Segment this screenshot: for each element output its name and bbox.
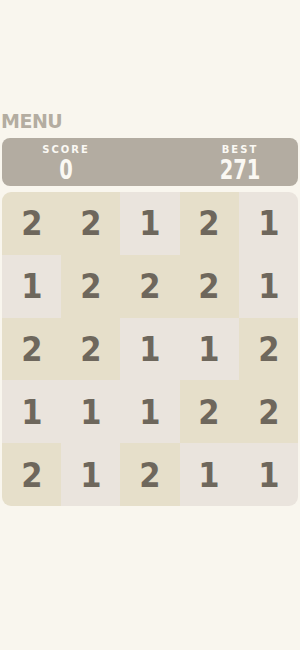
tile-r2c5[interactable]: 1 bbox=[239, 255, 298, 318]
tile-r4c2[interactable]: 1 bbox=[61, 380, 120, 443]
game-board[interactable]: 2212112221221121112221211 bbox=[2, 192, 298, 506]
tile-r1c1[interactable]: 2 bbox=[2, 192, 61, 255]
tile-r3c5[interactable]: 2 bbox=[239, 318, 298, 381]
tile-value: 1 bbox=[199, 329, 220, 369]
tile-value: 2 bbox=[199, 203, 220, 243]
tile-r2c4[interactable]: 2 bbox=[180, 255, 239, 318]
tile-value: 1 bbox=[21, 392, 42, 432]
tile-r2c1[interactable]: 1 bbox=[2, 255, 61, 318]
best-display: BEST 271 bbox=[182, 138, 298, 184]
tile-r1c4[interactable]: 2 bbox=[180, 192, 239, 255]
tile-value: 1 bbox=[80, 455, 101, 495]
tile-value: 1 bbox=[258, 203, 279, 243]
score-value: 0 bbox=[18, 157, 114, 184]
tile-r5c3[interactable]: 2 bbox=[120, 443, 179, 506]
tile-r3c4[interactable]: 1 bbox=[180, 318, 239, 381]
best-value: 271 bbox=[197, 157, 284, 184]
scoreboard: SCORE 0 BEST 271 bbox=[2, 138, 298, 186]
tile-value: 2 bbox=[199, 266, 220, 306]
tile-value: 2 bbox=[80, 266, 101, 306]
tile-r1c5[interactable]: 1 bbox=[239, 192, 298, 255]
tile-value: 2 bbox=[258, 392, 279, 432]
tile-value: 2 bbox=[199, 392, 220, 432]
score-display: SCORE 0 bbox=[2, 138, 130, 184]
tile-value: 1 bbox=[199, 455, 220, 495]
tile-r2c3[interactable]: 2 bbox=[120, 255, 179, 318]
tile-value: 1 bbox=[21, 266, 42, 306]
tile-value: 1 bbox=[139, 329, 160, 369]
tile-value: 2 bbox=[21, 203, 42, 243]
tile-r5c1[interactable]: 2 bbox=[2, 443, 61, 506]
tile-r5c5[interactable]: 1 bbox=[239, 443, 298, 506]
tile-r5c2[interactable]: 1 bbox=[61, 443, 120, 506]
tile-r1c3[interactable]: 1 bbox=[120, 192, 179, 255]
tile-r3c3[interactable]: 1 bbox=[120, 318, 179, 381]
tile-value: 2 bbox=[139, 266, 160, 306]
tile-r5c4[interactable]: 1 bbox=[180, 443, 239, 506]
tile-value: 2 bbox=[21, 329, 42, 369]
tile-r4c1[interactable]: 1 bbox=[2, 380, 61, 443]
tile-value: 2 bbox=[80, 203, 101, 243]
app-screen: MENU SCORE 0 BEST 271 221211222122112111… bbox=[0, 0, 300, 650]
tile-value: 1 bbox=[258, 455, 279, 495]
tile-r4c5[interactable]: 2 bbox=[239, 380, 298, 443]
tile-value: 2 bbox=[139, 455, 160, 495]
tile-value: 2 bbox=[21, 455, 42, 495]
tile-value: 1 bbox=[139, 392, 160, 432]
tile-r4c3[interactable]: 1 bbox=[120, 380, 179, 443]
tile-value: 2 bbox=[80, 329, 101, 369]
menu-button[interactable]: MENU bbox=[1, 111, 62, 131]
tile-r4c4[interactable]: 2 bbox=[180, 380, 239, 443]
tile-value: 1 bbox=[139, 203, 160, 243]
tile-r1c2[interactable]: 2 bbox=[61, 192, 120, 255]
tile-r3c1[interactable]: 2 bbox=[2, 318, 61, 381]
tile-value: 1 bbox=[80, 392, 101, 432]
tile-r2c2[interactable]: 2 bbox=[61, 255, 120, 318]
tile-value: 2 bbox=[258, 329, 279, 369]
tile-r3c2[interactable]: 2 bbox=[61, 318, 120, 381]
tile-value: 1 bbox=[258, 266, 279, 306]
